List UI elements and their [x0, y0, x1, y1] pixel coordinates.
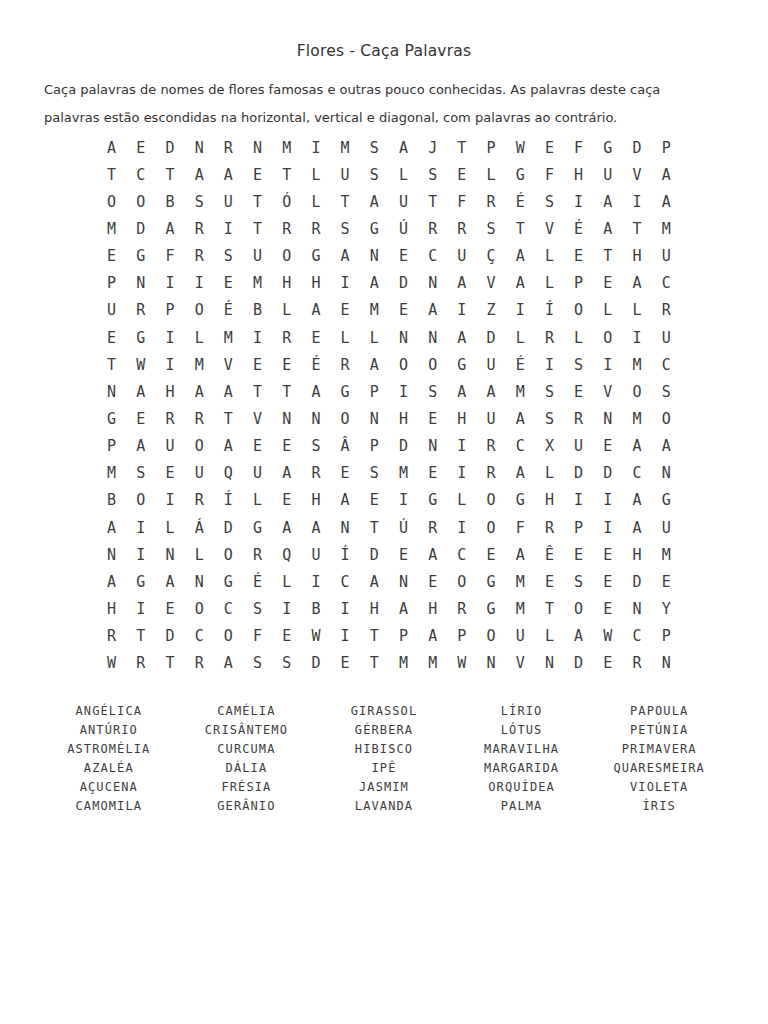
grid-cell[interactable]: N — [389, 568, 418, 595]
grid-cell[interactable]: I — [126, 541, 155, 568]
grid-cell[interactable]: U — [593, 161, 622, 188]
grid-cell[interactable]: T — [331, 188, 360, 215]
grid-cell[interactable]: G — [126, 568, 155, 595]
grid-cell[interactable]: U — [652, 514, 681, 541]
grid-cell[interactable]: E — [331, 650, 360, 677]
grid-cell[interactable]: L — [564, 324, 593, 351]
grid-cell[interactable]: Ê — [535, 541, 564, 568]
grid-cell[interactable]: T — [447, 134, 476, 161]
grid-cell[interactable]: P — [155, 297, 184, 324]
grid-cell[interactable]: E — [564, 541, 593, 568]
grid-cell[interactable]: C — [126, 161, 155, 188]
grid-cell[interactable]: C — [506, 433, 535, 460]
grid-cell[interactable]: O — [185, 595, 214, 622]
grid-cell[interactable]: B — [243, 297, 272, 324]
grid-cell[interactable]: A — [155, 568, 184, 595]
grid-cell[interactable]: D — [622, 134, 651, 161]
grid-cell[interactable]: T — [272, 378, 301, 405]
grid-cell[interactable]: V — [535, 215, 564, 242]
grid-cell[interactable]: T — [126, 623, 155, 650]
grid-cell[interactable]: R — [418, 514, 447, 541]
grid-cell[interactable]: S — [272, 650, 301, 677]
grid-cell[interactable]: D — [214, 514, 243, 541]
grid-cell[interactable]: C — [622, 623, 651, 650]
grid-cell[interactable]: I — [243, 324, 272, 351]
grid-cell[interactable]: W — [301, 623, 330, 650]
grid-cell[interactable]: E — [564, 243, 593, 270]
grid-cell[interactable]: R — [272, 215, 301, 242]
grid-cell[interactable]: D — [476, 324, 505, 351]
grid-cell[interactable]: B — [155, 188, 184, 215]
grid-cell[interactable]: G — [126, 243, 155, 270]
grid-cell[interactable]: A — [214, 433, 243, 460]
grid-cell[interactable]: A — [506, 405, 535, 432]
grid-cell[interactable]: A — [185, 378, 214, 405]
grid-cell[interactable]: A — [301, 378, 330, 405]
grid-cell[interactable]: O — [214, 623, 243, 650]
grid-cell[interactable]: N — [389, 324, 418, 351]
grid-cell[interactable]: O — [126, 487, 155, 514]
grid-cell[interactable]: É — [506, 188, 535, 215]
grid-cell[interactable]: H — [418, 595, 447, 622]
grid-cell[interactable]: I — [564, 188, 593, 215]
grid-cell[interactable]: Í — [214, 487, 243, 514]
grid-cell[interactable]: P — [652, 134, 681, 161]
grid-cell[interactable]: U — [652, 324, 681, 351]
grid-cell[interactable]: N — [476, 650, 505, 677]
grid-cell[interactable]: X — [535, 433, 564, 460]
grid-cell[interactable]: E — [593, 650, 622, 677]
grid-cell[interactable]: R — [185, 243, 214, 270]
grid-cell[interactable]: T — [97, 161, 126, 188]
grid-cell[interactable]: A — [389, 134, 418, 161]
grid-cell[interactable]: W — [126, 351, 155, 378]
grid-cell[interactable]: E — [593, 433, 622, 460]
grid-cell[interactable]: I — [301, 134, 330, 161]
grid-cell[interactable]: E — [97, 324, 126, 351]
grid-cell[interactable]: P — [389, 623, 418, 650]
grid-cell[interactable]: N — [360, 243, 389, 270]
grid-cell[interactable]: E — [97, 243, 126, 270]
grid-cell[interactable]: S — [214, 243, 243, 270]
grid-cell[interactable]: O — [476, 487, 505, 514]
grid-cell[interactable]: G — [301, 243, 330, 270]
grid-cell[interactable]: D — [155, 623, 184, 650]
grid-cell[interactable]: L — [593, 297, 622, 324]
grid-cell[interactable]: O — [622, 378, 651, 405]
grid-cell[interactable]: G — [214, 568, 243, 595]
grid-cell[interactable]: E — [593, 595, 622, 622]
grid-cell[interactable]: W — [506, 134, 535, 161]
grid-cell[interactable]: A — [272, 514, 301, 541]
grid-cell[interactable]: L — [506, 324, 535, 351]
grid-cell[interactable]: N — [97, 541, 126, 568]
grid-cell[interactable]: O — [331, 405, 360, 432]
grid-cell[interactable]: H — [301, 487, 330, 514]
grid-cell[interactable]: T — [214, 405, 243, 432]
grid-cell[interactable]: A — [564, 623, 593, 650]
grid-cell[interactable]: Q — [214, 460, 243, 487]
grid-cell[interactable]: T — [243, 188, 272, 215]
grid-cell[interactable]: É — [214, 297, 243, 324]
grid-cell[interactable]: N — [155, 541, 184, 568]
grid-cell[interactable]: M — [652, 541, 681, 568]
grid-cell[interactable]: R — [272, 324, 301, 351]
grid-cell[interactable]: N — [418, 270, 447, 297]
grid-cell[interactable]: M — [272, 134, 301, 161]
grid-cell[interactable]: I — [155, 487, 184, 514]
grid-cell[interactable]: I — [622, 324, 651, 351]
grid-cell[interactable]: H — [155, 378, 184, 405]
grid-cell[interactable]: A — [506, 460, 535, 487]
grid-cell[interactable]: R — [126, 650, 155, 677]
grid-cell[interactable]: N — [418, 433, 447, 460]
grid-cell[interactable]: L — [331, 324, 360, 351]
grid-cell[interactable]: U — [476, 405, 505, 432]
grid-cell[interactable]: N — [301, 405, 330, 432]
grid-cell[interactable]: R — [652, 297, 681, 324]
grid-cell[interactable]: H — [564, 161, 593, 188]
grid-cell[interactable]: D — [389, 270, 418, 297]
grid-cell[interactable]: E — [360, 487, 389, 514]
grid-cell[interactable]: E — [126, 134, 155, 161]
grid-cell[interactable]: S — [185, 188, 214, 215]
grid-cell[interactable]: N — [243, 134, 272, 161]
grid-cell[interactable]: É — [506, 351, 535, 378]
grid-cell[interactable]: P — [360, 378, 389, 405]
grid-cell[interactable]: R — [535, 514, 564, 541]
grid-cell[interactable]: U — [243, 243, 272, 270]
grid-cell[interactable]: R — [301, 215, 330, 242]
grid-cell[interactable]: V — [622, 161, 651, 188]
grid-cell[interactable]: A — [418, 297, 447, 324]
grid-cell[interactable]: I — [126, 595, 155, 622]
grid-cell[interactable]: T — [243, 215, 272, 242]
grid-cell[interactable]: R — [447, 595, 476, 622]
grid-cell[interactable]: M — [389, 460, 418, 487]
grid-cell[interactable]: E — [243, 161, 272, 188]
grid-cell[interactable]: I — [185, 270, 214, 297]
grid-cell[interactable]: R — [476, 188, 505, 215]
grid-cell[interactable]: I — [593, 514, 622, 541]
grid-cell[interactable]: H — [622, 243, 651, 270]
grid-cell[interactable]: A — [214, 161, 243, 188]
grid-cell[interactable]: A — [652, 188, 681, 215]
grid-cell[interactable]: O — [214, 541, 243, 568]
grid-cell[interactable]: H — [301, 270, 330, 297]
grid-cell[interactable]: O — [418, 351, 447, 378]
grid-cell[interactable]: R — [447, 215, 476, 242]
grid-cell[interactable]: L — [301, 161, 330, 188]
grid-cell[interactable]: V — [476, 270, 505, 297]
grid-cell[interactable]: O — [593, 324, 622, 351]
grid-cell[interactable]: R — [301, 460, 330, 487]
grid-cell[interactable]: H — [622, 541, 651, 568]
grid-cell[interactable]: A — [126, 433, 155, 460]
grid-cell[interactable]: E — [535, 134, 564, 161]
grid-cell[interactable]: Q — [272, 541, 301, 568]
grid-cell[interactable]: T — [243, 378, 272, 405]
grid-cell[interactable]: T — [418, 188, 447, 215]
grid-cell[interactable]: N — [126, 270, 155, 297]
grid-cell[interactable]: T — [622, 215, 651, 242]
grid-cell[interactable]: M — [214, 324, 243, 351]
grid-cell[interactable]: U — [389, 188, 418, 215]
grid-cell[interactable]: F — [564, 134, 593, 161]
grid-cell[interactable]: R — [418, 215, 447, 242]
grid-cell[interactable]: S — [564, 568, 593, 595]
grid-cell[interactable]: L — [272, 297, 301, 324]
grid-cell[interactable]: H — [389, 405, 418, 432]
grid-cell[interactable]: L — [447, 487, 476, 514]
grid-cell[interactable]: M — [185, 351, 214, 378]
grid-cell[interactable]: P — [360, 433, 389, 460]
grid-cell[interactable]: U — [447, 243, 476, 270]
grid-cell[interactable]: Í — [331, 541, 360, 568]
grid-cell[interactable]: S — [564, 351, 593, 378]
grid-cell[interactable]: I — [447, 514, 476, 541]
grid-cell[interactable]: A — [447, 270, 476, 297]
grid-cell[interactable]: A — [301, 297, 330, 324]
grid-cell[interactable]: T — [535, 595, 564, 622]
grid-cell[interactable]: A — [476, 378, 505, 405]
grid-cell[interactable]: C — [447, 541, 476, 568]
grid-cell[interactable]: H — [272, 270, 301, 297]
grid-cell[interactable]: I — [155, 324, 184, 351]
grid-cell[interactable]: V — [243, 405, 272, 432]
grid-cell[interactable]: I — [564, 487, 593, 514]
grid-cell[interactable]: A — [389, 595, 418, 622]
grid-cell[interactable]: E — [593, 270, 622, 297]
grid-cell[interactable]: S — [243, 595, 272, 622]
grid-cell[interactable]: E — [389, 297, 418, 324]
grid-cell[interactable]: U — [331, 161, 360, 188]
grid-cell[interactable]: E — [535, 568, 564, 595]
grid-cell[interactable]: G — [593, 134, 622, 161]
grid-cell[interactable]: N — [360, 405, 389, 432]
grid-cell[interactable]: N — [593, 405, 622, 432]
grid-cell[interactable]: U — [243, 460, 272, 487]
grid-cell[interactable]: E — [126, 405, 155, 432]
grid-cell[interactable]: I — [389, 378, 418, 405]
grid-cell[interactable]: B — [301, 595, 330, 622]
grid-cell[interactable]: E — [214, 270, 243, 297]
grid-cell[interactable]: T — [360, 650, 389, 677]
grid-cell[interactable]: R — [155, 405, 184, 432]
grid-cell[interactable]: Z — [476, 297, 505, 324]
grid-cell[interactable]: O — [185, 433, 214, 460]
grid-cell[interactable]: A — [331, 243, 360, 270]
grid-cell[interactable]: S — [535, 188, 564, 215]
grid-cell[interactable]: O — [126, 188, 155, 215]
grid-cell[interactable]: M — [360, 297, 389, 324]
grid-cell[interactable]: N — [185, 134, 214, 161]
grid-cell[interactable]: O — [389, 351, 418, 378]
grid-cell[interactable]: A — [214, 650, 243, 677]
grid-cell[interactable]: A — [360, 270, 389, 297]
grid-cell[interactable]: B — [97, 487, 126, 514]
grid-cell[interactable]: R — [331, 351, 360, 378]
grid-cell[interactable]: F — [243, 623, 272, 650]
grid-cell[interactable]: E — [593, 541, 622, 568]
grid-cell[interactable]: T — [360, 514, 389, 541]
grid-cell[interactable]: L — [243, 487, 272, 514]
grid-cell[interactable]: E — [331, 460, 360, 487]
grid-cell[interactable]: Ç — [476, 243, 505, 270]
grid-cell[interactable]: L — [155, 514, 184, 541]
grid-cell[interactable]: A — [593, 215, 622, 242]
grid-cell[interactable]: G — [243, 514, 272, 541]
grid-cell[interactable]: R — [564, 405, 593, 432]
grid-cell[interactable]: I — [214, 215, 243, 242]
grid-cell[interactable]: D — [301, 650, 330, 677]
grid-cell[interactable]: I — [331, 270, 360, 297]
grid-cell[interactable]: I — [593, 351, 622, 378]
grid-cell[interactable]: L — [301, 188, 330, 215]
grid-cell[interactable]: I — [447, 433, 476, 460]
grid-cell[interactable]: M — [243, 270, 272, 297]
grid-cell[interactable]: E — [447, 161, 476, 188]
grid-cell[interactable]: A — [155, 215, 184, 242]
grid-cell[interactable]: C — [418, 243, 447, 270]
grid-cell[interactable]: P — [97, 270, 126, 297]
grid-cell[interactable]: O — [652, 405, 681, 432]
grid-cell[interactable]: S — [535, 405, 564, 432]
grid-cell[interactable]: M — [622, 405, 651, 432]
grid-cell[interactable]: N — [97, 378, 126, 405]
grid-cell[interactable]: A — [418, 623, 447, 650]
grid-cell[interactable]: S — [476, 215, 505, 242]
grid-cell[interactable]: M — [506, 595, 535, 622]
grid-cell[interactable]: I — [593, 487, 622, 514]
grid-cell[interactable]: E — [272, 487, 301, 514]
grid-cell[interactable]: R — [185, 487, 214, 514]
grid-cell[interactable]: G — [126, 324, 155, 351]
grid-cell[interactable]: I — [331, 595, 360, 622]
grid-cell[interactable]: S — [652, 378, 681, 405]
grid-cell[interactable]: L — [185, 324, 214, 351]
grid-cell[interactable]: F — [155, 243, 184, 270]
grid-cell[interactable]: A — [97, 134, 126, 161]
grid-cell[interactable]: N — [418, 324, 447, 351]
grid-cell[interactable]: Y — [652, 595, 681, 622]
grid-cell[interactable]: I — [447, 460, 476, 487]
grid-cell[interactable]: G — [331, 378, 360, 405]
grid-cell[interactable]: N — [185, 568, 214, 595]
grid-cell[interactable]: Â — [331, 433, 360, 460]
grid-cell[interactable]: T — [593, 243, 622, 270]
grid-cell[interactable]: É — [564, 215, 593, 242]
grid-cell[interactable]: U — [97, 297, 126, 324]
grid-cell[interactable]: I — [535, 351, 564, 378]
grid-cell[interactable]: M — [652, 215, 681, 242]
grid-cell[interactable]: A — [360, 351, 389, 378]
grid-cell[interactable]: U — [301, 541, 330, 568]
grid-cell[interactable]: I — [272, 595, 301, 622]
grid-cell[interactable]: A — [360, 568, 389, 595]
grid-cell[interactable]: A — [360, 188, 389, 215]
grid-cell[interactable]: E — [418, 405, 447, 432]
grid-cell[interactable]: I — [331, 623, 360, 650]
grid-cell[interactable]: T — [506, 215, 535, 242]
grid-cell[interactable]: U — [214, 188, 243, 215]
grid-cell[interactable]: D — [360, 541, 389, 568]
grid-cell[interactable]: A — [97, 568, 126, 595]
grid-cell[interactable]: H — [360, 595, 389, 622]
grid-cell[interactable]: W — [593, 623, 622, 650]
grid-cell[interactable]: R — [185, 405, 214, 432]
grid-cell[interactable]: R — [185, 650, 214, 677]
grid-cell[interactable]: T — [155, 650, 184, 677]
grid-cell[interactable]: P — [97, 433, 126, 460]
grid-cell[interactable]: E — [564, 378, 593, 405]
grid-cell[interactable]: L — [535, 623, 564, 650]
grid-cell[interactable]: É — [243, 568, 272, 595]
grid-cell[interactable]: S — [126, 460, 155, 487]
grid-cell[interactable]: R — [97, 623, 126, 650]
grid-cell[interactable]: G — [418, 487, 447, 514]
grid-cell[interactable]: S — [360, 161, 389, 188]
grid-cell[interactable]: A — [652, 161, 681, 188]
grid-cell[interactable]: S — [360, 460, 389, 487]
grid-cell[interactable]: L — [535, 460, 564, 487]
grid-cell[interactable]: G — [476, 568, 505, 595]
grid-cell[interactable]: A — [126, 378, 155, 405]
grid-cell[interactable]: C — [185, 623, 214, 650]
grid-cell[interactable]: A — [506, 243, 535, 270]
grid-cell[interactable]: P — [447, 623, 476, 650]
grid-cell[interactable]: D — [126, 215, 155, 242]
grid-cell[interactable]: G — [360, 215, 389, 242]
grid-cell[interactable]: C — [331, 568, 360, 595]
grid-cell[interactable]: H — [535, 487, 564, 514]
grid-cell[interactable]: D — [564, 650, 593, 677]
grid-cell[interactable]: R — [126, 297, 155, 324]
grid-cell[interactable]: E — [331, 297, 360, 324]
grid-cell[interactable]: N — [652, 460, 681, 487]
grid-cell[interactable]: S — [243, 650, 272, 677]
grid-cell[interactable]: U — [652, 243, 681, 270]
grid-cell[interactable]: U — [185, 460, 214, 487]
grid-cell[interactable]: T — [97, 351, 126, 378]
grid-cell[interactable]: A — [418, 541, 447, 568]
grid-cell[interactable]: R — [622, 650, 651, 677]
grid-cell[interactable]: P — [564, 270, 593, 297]
grid-cell[interactable]: R — [243, 541, 272, 568]
grid-cell[interactable]: A — [97, 514, 126, 541]
grid-cell[interactable]: V — [593, 378, 622, 405]
grid-cell[interactable]: E — [389, 541, 418, 568]
grid-cell[interactable]: U — [564, 433, 593, 460]
grid-cell[interactable]: S — [418, 161, 447, 188]
grid-cell[interactable]: J — [418, 134, 447, 161]
grid-cell[interactable]: I — [447, 297, 476, 324]
grid-cell[interactable]: A — [331, 487, 360, 514]
grid-cell[interactable]: O — [97, 188, 126, 215]
grid-cell[interactable]: L — [535, 270, 564, 297]
grid-cell[interactable]: I — [155, 351, 184, 378]
grid-cell[interactable]: A — [652, 433, 681, 460]
grid-cell[interactable]: E — [652, 568, 681, 595]
grid-cell[interactable]: R — [185, 215, 214, 242]
grid-cell[interactable]: E — [243, 351, 272, 378]
grid-cell[interactable]: T — [155, 161, 184, 188]
grid-cell[interactable]: V — [506, 650, 535, 677]
grid-cell[interactable]: L — [622, 297, 651, 324]
grid-cell[interactable]: E — [301, 324, 330, 351]
grid-cell[interactable]: G — [447, 351, 476, 378]
grid-cell[interactable]: I — [622, 188, 651, 215]
